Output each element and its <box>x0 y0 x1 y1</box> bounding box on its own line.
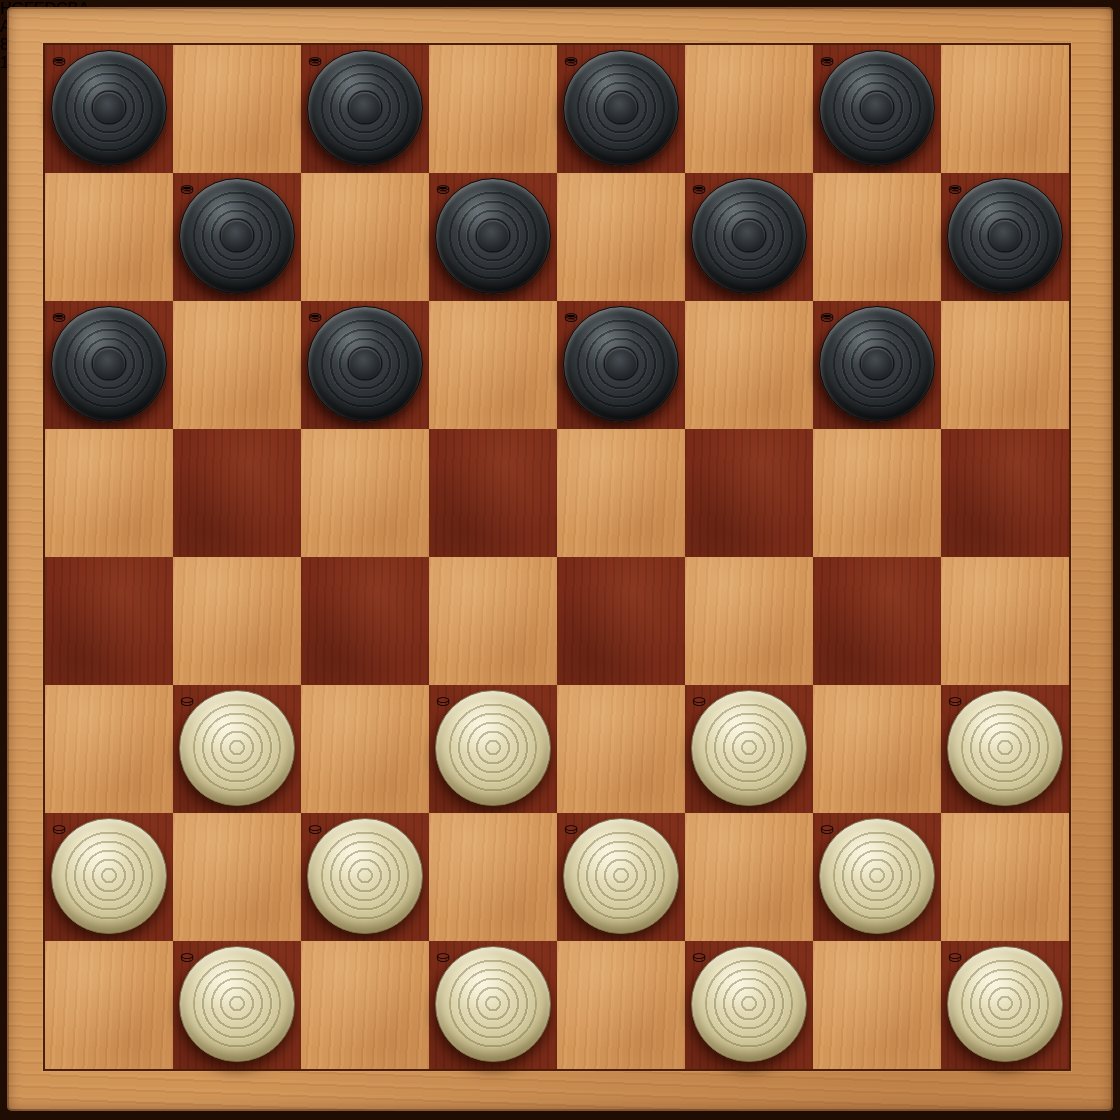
square-b1[interactable]: ⛀ <box>173 941 301 1069</box>
light-draughts-man-glyph: ⛀ <box>436 692 449 709</box>
square-b7[interactable]: ⛂ <box>173 173 301 301</box>
square-b2[interactable] <box>173 813 301 941</box>
square-b6[interactable] <box>173 301 301 429</box>
dark-draughts-man-glyph: ⛂ <box>948 180 961 197</box>
square-f2[interactable] <box>685 813 813 941</box>
square-f8[interactable] <box>685 45 813 173</box>
square-e6[interactable]: ⛂ <box>557 301 685 429</box>
square-h7[interactable]: ⛂ <box>941 173 1069 301</box>
dark-piece-d7[interactable]: ⛂ <box>435 178 551 294</box>
dark-piece-g6[interactable]: ⛂ <box>819 306 935 422</box>
piece-center-rosette <box>861 92 893 124</box>
piece-center-rosette <box>733 220 765 252</box>
square-e1[interactable] <box>557 941 685 1069</box>
dark-piece-f7[interactable]: ⛂ <box>691 178 807 294</box>
dark-piece-b7[interactable]: ⛂ <box>179 178 295 294</box>
square-c4[interactable] <box>301 557 429 685</box>
square-g4[interactable] <box>813 557 941 685</box>
light-piece-h1[interactable]: ⛀ <box>947 946 1063 1062</box>
square-h6[interactable] <box>941 301 1069 429</box>
dark-draughts-man-glyph: ⛂ <box>820 52 833 69</box>
light-piece-e2[interactable]: ⛀ <box>563 818 679 934</box>
square-d4[interactable] <box>429 557 557 685</box>
light-draughts-man-glyph: ⛀ <box>180 948 193 965</box>
square-a7[interactable] <box>45 173 173 301</box>
piece-center-rosette <box>733 988 765 1020</box>
dark-draughts-man-glyph: ⛂ <box>308 52 321 69</box>
piece-center-rosette <box>221 220 253 252</box>
square-f5[interactable] <box>685 429 813 557</box>
piece-center-rosette <box>605 860 637 892</box>
square-f7[interactable]: ⛂ <box>685 173 813 301</box>
piece-center-rosette <box>221 732 253 764</box>
light-draughts-man-glyph: ⛀ <box>436 948 449 965</box>
square-e2[interactable]: ⛀ <box>557 813 685 941</box>
square-g1[interactable] <box>813 941 941 1069</box>
piece-center-rosette <box>733 732 765 764</box>
piece-center-rosette <box>93 348 125 380</box>
square-d8[interactable] <box>429 45 557 173</box>
piece-center-rosette <box>861 348 893 380</box>
square-b4[interactable] <box>173 557 301 685</box>
piece-center-rosette <box>989 732 1021 764</box>
piece-center-rosette <box>989 988 1021 1020</box>
square-f1[interactable]: ⛀ <box>685 941 813 1069</box>
square-g3[interactable] <box>813 685 941 813</box>
piece-center-rosette <box>605 92 637 124</box>
light-piece-d3[interactable]: ⛀ <box>435 690 551 806</box>
square-e7[interactable] <box>557 173 685 301</box>
dark-piece-e6[interactable]: ⛂ <box>563 306 679 422</box>
piece-center-rosette <box>477 988 509 1020</box>
piece-center-rosette <box>989 220 1021 252</box>
light-piece-b3[interactable]: ⛀ <box>179 690 295 806</box>
dark-piece-a8[interactable]: ⛂ <box>51 50 167 166</box>
square-f4[interactable] <box>685 557 813 685</box>
square-g7[interactable] <box>813 173 941 301</box>
light-piece-f3[interactable]: ⛀ <box>691 690 807 806</box>
light-draughts-man-glyph: ⛀ <box>180 692 193 709</box>
dark-piece-g8[interactable]: ⛂ <box>819 50 935 166</box>
square-d5[interactable] <box>429 429 557 557</box>
square-h4[interactable] <box>941 557 1069 685</box>
square-d6[interactable] <box>429 301 557 429</box>
square-b3[interactable]: ⛀ <box>173 685 301 813</box>
square-e8[interactable]: ⛂ <box>557 45 685 173</box>
square-a5[interactable] <box>45 429 173 557</box>
dark-draughts-man-glyph: ⛂ <box>564 52 577 69</box>
square-b8[interactable] <box>173 45 301 173</box>
light-piece-d1[interactable]: ⛀ <box>435 946 551 1062</box>
light-draughts-man-glyph: ⛀ <box>308 820 321 837</box>
light-draughts-man-glyph: ⛀ <box>820 820 833 837</box>
dark-draughts-man-glyph: ⛂ <box>180 180 193 197</box>
piece-center-rosette <box>349 348 381 380</box>
square-d3[interactable]: ⛀ <box>429 685 557 813</box>
piece-center-rosette <box>93 860 125 892</box>
piece-center-rosette <box>477 732 509 764</box>
square-e5[interactable] <box>557 429 685 557</box>
square-h3[interactable]: ⛀ <box>941 685 1069 813</box>
light-piece-f1[interactable]: ⛀ <box>691 946 807 1062</box>
piece-center-rosette <box>349 92 381 124</box>
checkers-board: ⛂⛂⛂⛂⛂⛂⛂⛂⛂⛂⛂⛂⛀⛀⛀⛀⛀⛀⛀⛀⛀⛀⛀⛀ <box>45 45 1069 1069</box>
light-piece-b1[interactable]: ⛀ <box>179 946 295 1062</box>
square-e4[interactable] <box>557 557 685 685</box>
square-h8[interactable] <box>941 45 1069 173</box>
light-piece-g2[interactable]: ⛀ <box>819 818 935 934</box>
light-draughts-man-glyph: ⛀ <box>692 948 705 965</box>
dark-draughts-man-glyph: ⛂ <box>820 308 833 325</box>
square-f6[interactable] <box>685 301 813 429</box>
square-h1[interactable]: ⛀ <box>941 941 1069 1069</box>
square-a4[interactable] <box>45 557 173 685</box>
square-c8[interactable]: ⛂ <box>301 45 429 173</box>
dark-draughts-man-glyph: ⛂ <box>52 52 65 69</box>
dark-piece-h7[interactable]: ⛂ <box>947 178 1063 294</box>
light-draughts-man-glyph: ⛀ <box>948 692 961 709</box>
light-piece-h3[interactable]: ⛀ <box>947 690 1063 806</box>
dark-draughts-man-glyph: ⛂ <box>436 180 449 197</box>
square-g5[interactable] <box>813 429 941 557</box>
square-a8[interactable]: ⛂ <box>45 45 173 173</box>
square-c5[interactable] <box>301 429 429 557</box>
piece-center-rosette <box>93 92 125 124</box>
square-c6[interactable]: ⛂ <box>301 301 429 429</box>
dark-draughts-man-glyph: ⛂ <box>308 308 321 325</box>
square-d2[interactable] <box>429 813 557 941</box>
square-g8[interactable]: ⛂ <box>813 45 941 173</box>
dark-piece-e8[interactable]: ⛂ <box>563 50 679 166</box>
square-a2[interactable]: ⛀ <box>45 813 173 941</box>
square-h2[interactable] <box>941 813 1069 941</box>
checkers-game: HGFEDCBA ABCDEFGH 87654321 12345678 ⛂⛂⛂⛂… <box>0 0 1120 1120</box>
light-draughts-man-glyph: ⛀ <box>564 820 577 837</box>
dark-piece-c8[interactable]: ⛂ <box>307 50 423 166</box>
piece-center-rosette <box>605 348 637 380</box>
dark-draughts-man-glyph: ⛂ <box>564 308 577 325</box>
square-f3[interactable]: ⛀ <box>685 685 813 813</box>
square-a6[interactable]: ⛂ <box>45 301 173 429</box>
piece-center-rosette <box>477 220 509 252</box>
light-draughts-man-glyph: ⛀ <box>52 820 65 837</box>
square-a1[interactable] <box>45 941 173 1069</box>
light-piece-a2[interactable]: ⛀ <box>51 818 167 934</box>
square-b5[interactable] <box>173 429 301 557</box>
square-a3[interactable] <box>45 685 173 813</box>
square-c7[interactable] <box>301 173 429 301</box>
dark-piece-a6[interactable]: ⛂ <box>51 306 167 422</box>
square-c2[interactable]: ⛀ <box>301 813 429 941</box>
piece-center-rosette <box>221 988 253 1020</box>
square-g6[interactable]: ⛂ <box>813 301 941 429</box>
square-c3[interactable] <box>301 685 429 813</box>
light-draughts-man-glyph: ⛀ <box>948 948 961 965</box>
piece-center-rosette <box>861 860 893 892</box>
dark-piece-c6[interactable]: ⛂ <box>307 306 423 422</box>
light-draughts-man-glyph: ⛀ <box>692 692 705 709</box>
piece-center-rosette <box>349 860 381 892</box>
square-d1[interactable]: ⛀ <box>429 941 557 1069</box>
square-g2[interactable]: ⛀ <box>813 813 941 941</box>
square-d7[interactable]: ⛂ <box>429 173 557 301</box>
square-h5[interactable] <box>941 429 1069 557</box>
dark-draughts-man-glyph: ⛂ <box>692 180 705 197</box>
square-c1[interactable] <box>301 941 429 1069</box>
light-piece-c2[interactable]: ⛀ <box>307 818 423 934</box>
dark-draughts-man-glyph: ⛂ <box>52 308 65 325</box>
square-e3[interactable] <box>557 685 685 813</box>
